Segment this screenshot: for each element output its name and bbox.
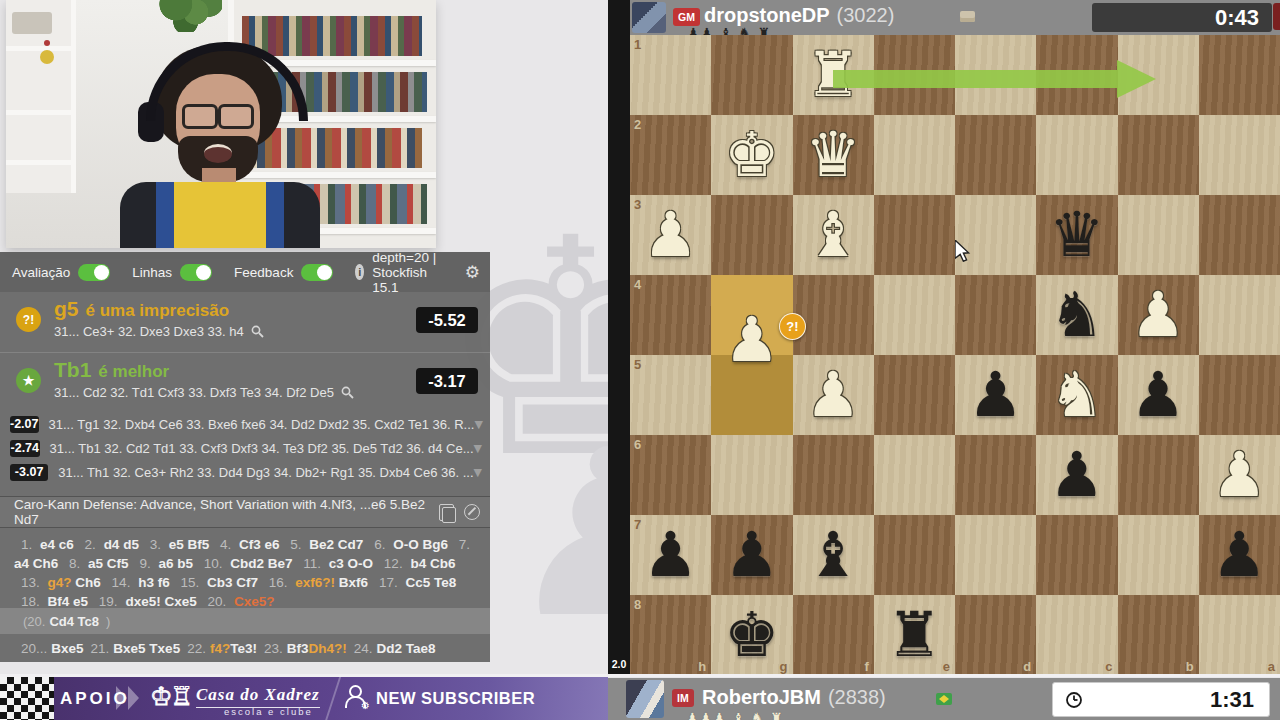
club-name: Casa do Xadrez	[196, 685, 320, 708]
move-number: 11.	[303, 556, 321, 571]
square-f1[interactable]: ♜	[793, 35, 874, 115]
move-number: 18.	[21, 594, 40, 609]
square-d1[interactable]	[955, 35, 1036, 115]
square-a7[interactable]: ♟	[1199, 515, 1280, 595]
file-label-a: a	[1268, 659, 1275, 674]
square-b4[interactable]: ♟	[1118, 275, 1199, 355]
title-badge-im: IM	[672, 689, 694, 707]
player-bar-top: GM dropstoneDP(3022) ♟♟ ♝ ♞ ♜ 0:43	[630, 0, 1280, 35]
square-f6[interactable]	[793, 435, 874, 515]
square-c7[interactable]	[1036, 515, 1117, 595]
rank-label-2: 2	[634, 117, 641, 132]
square-f2[interactable]: ♛	[793, 115, 874, 195]
square-c8[interactable]: c	[1036, 595, 1117, 675]
square-c5[interactable]: ♞	[1036, 355, 1117, 435]
square-d2[interactable]	[955, 115, 1036, 195]
move[interactable]: Ch6	[75, 575, 101, 590]
club-logo-icon: ♔♖	[150, 682, 191, 711]
rank-label-3: 3	[634, 197, 641, 212]
played-move[interactable]: g5	[54, 297, 79, 320]
rank-label-6: 6	[634, 437, 641, 452]
square-g2[interactable]: ♚	[711, 115, 792, 195]
square-h8[interactable]: 8h	[630, 595, 711, 675]
square-d7[interactable]	[955, 515, 1036, 595]
move-number: 8.	[69, 556, 80, 571]
move[interactable]: Dd2 Tae8	[377, 641, 436, 656]
move[interactable]: Cxe5?	[234, 594, 275, 609]
pv-moves[interactable]: 31... Th1 32. Ce3+ Rh2 33. Dd4 Dg3 34. D…	[58, 465, 473, 480]
square-d5[interactable]: ♟	[955, 355, 1036, 435]
move-number: 13.	[21, 575, 40, 590]
move[interactable]: Cxe5	[164, 594, 196, 609]
info-icon[interactable]: i	[355, 264, 364, 280]
move[interactable]: Cbd2 Be7	[230, 556, 292, 571]
black-pawn-g7: ♟	[711, 515, 792, 595]
square-e8[interactable]: e♜	[874, 595, 955, 675]
white-pawn-a6: ♟	[1199, 435, 1280, 515]
move-number: 9.	[139, 556, 150, 571]
square-e2[interactable]	[874, 115, 955, 195]
move[interactable]: Bxe5 Txe5	[113, 641, 180, 656]
streamer	[102, 40, 342, 248]
move[interactable]: exf6?!	[295, 575, 335, 590]
toggle-avaliação[interactable]: Avaliação	[12, 264, 110, 281]
square-f7[interactable]: ♝	[793, 515, 874, 595]
move[interactable]: Cf3 e6	[239, 537, 280, 552]
move-number: 14.	[112, 575, 131, 590]
gear-icon[interactable]: ⚙	[465, 262, 480, 282]
rank-label-5: 5	[634, 357, 641, 372]
opening-row: Caro-Kann Defense: Advance, Short Variat…	[0, 496, 490, 528]
captured-pieces-top: ♟♟ ♝ ♞ ♜	[687, 25, 771, 35]
toggle-feedback[interactable]: Feedback	[234, 264, 333, 281]
divider	[324, 677, 343, 720]
square-a8[interactable]: a	[1199, 595, 1280, 675]
white-pawn-h3: ♟	[630, 195, 711, 275]
move-list: 1. e4 c6 2. d4 d5 3. e5 Bf5 4. Cf3 e6 5.…	[0, 528, 490, 608]
square-h3[interactable]: 3♟	[630, 195, 711, 275]
move-number: 21.	[91, 641, 110, 656]
square-g4[interactable]	[711, 275, 792, 355]
verdict-text: é uma imprecisão	[86, 301, 230, 320]
avatar[interactable]	[632, 2, 666, 33]
move[interactable]: O-O Bg6	[393, 537, 448, 552]
move-number: 15.	[180, 575, 199, 590]
square-a6[interactable]: ♟	[1199, 435, 1280, 515]
square-h6[interactable]: 6	[630, 435, 711, 515]
club-subtitle: escola e clube	[224, 706, 313, 717]
player-rating-top: (3022)	[837, 4, 895, 26]
square-e5[interactable]	[874, 355, 955, 435]
player-name-bottom[interactable]: RobertoJBM	[702, 686, 821, 708]
pv-moves[interactable]: 31... Tb1 32. Cd2 Td1 33. Cxf3 Dxf3 34. …	[50, 441, 474, 456]
square-g1[interactable]	[711, 35, 792, 115]
toggle-switch[interactable]	[301, 264, 333, 281]
double-chevron-icon	[116, 686, 146, 710]
player-name-top[interactable]: dropstoneDP	[704, 4, 830, 26]
white-pawn-f5: ♟	[793, 355, 874, 435]
inaccuracy-badge-icon: ?!	[16, 307, 41, 332]
eval-bar-value: 2.0	[608, 658, 630, 670]
move[interactable]: Bxe5	[51, 641, 83, 656]
square-c2[interactable]	[1036, 115, 1117, 195]
square-h4[interactable]: 4	[630, 275, 711, 355]
feedback-inaccuracy: ?! g5é uma imprecisão 31... Ce3+ 32. Dxe…	[0, 292, 490, 350]
square-g5[interactable]: ♟	[711, 355, 792, 435]
square-g7[interactable]: ♟	[711, 515, 792, 595]
square-a3[interactable]	[1199, 195, 1280, 275]
eval-bar: 2.0	[608, 0, 630, 676]
move[interactable]: dxe5!	[125, 594, 160, 609]
medal	[40, 50, 54, 64]
square-b3[interactable]	[1118, 195, 1199, 275]
white-bishop-f3: ♝	[793, 195, 874, 275]
square-b5[interactable]: ♟	[1118, 355, 1199, 435]
square-h1[interactable]: 1	[630, 35, 711, 115]
move[interactable]: Bf3	[287, 641, 309, 656]
square-b7[interactable]	[1118, 515, 1199, 595]
white-pawn-b4: ♟	[1118, 275, 1199, 355]
title-badge-gm: GM	[673, 8, 700, 26]
toggle-switch[interactable]	[78, 264, 110, 281]
no-book-icon[interactable]	[464, 504, 480, 520]
white-king-g2: ♚	[711, 115, 792, 195]
black-knight-c4: ♞	[1036, 275, 1117, 355]
square-e1[interactable]	[874, 35, 955, 115]
move-number: 20.	[207, 594, 226, 609]
move[interactable]: f4?	[210, 641, 230, 656]
rank-label-8: 8	[634, 597, 641, 612]
square-c1[interactable]	[1036, 35, 1117, 115]
clock-bottom: 1:31	[1052, 682, 1270, 717]
file-label-b: b	[1186, 659, 1194, 674]
shirt	[120, 182, 320, 248]
checkerboard-decoration	[0, 677, 54, 720]
move[interactable]: Cc5 Te8	[405, 575, 456, 590]
analysis-panel: AvaliaçãoLinhasFeedback i depth=20 | Sto…	[0, 252, 490, 662]
engine-line-3[interactable]: -3.0731... Th1 32. Ce3+ Rh2 33. Dd4 Dg3 …	[0, 460, 490, 484]
move-number: )	[106, 614, 110, 629]
move[interactable]: Cb3 Cf7	[207, 575, 258, 590]
best-move[interactable]: Tb1	[54, 358, 91, 381]
toggles-row: AvaliaçãoLinhasFeedback i depth=20 | Sto…	[0, 252, 490, 292]
move-number: 22.	[187, 641, 206, 656]
white-rook-f1: ♜	[793, 35, 874, 115]
move-number: 5.	[290, 537, 301, 552]
rank-label-7: 7	[634, 517, 641, 532]
pv-moves[interactable]: 31... Tg1 32. Dxb4 Ce6 33. Bxe6 fxe6 34.…	[49, 417, 475, 432]
black-pawn-h7: ♟	[630, 515, 711, 595]
plant	[156, 0, 222, 32]
brazil-flag-icon	[936, 693, 952, 705]
square-b6[interactable]	[1118, 435, 1199, 515]
move[interactable]: Be2 Cd7	[309, 537, 363, 552]
move-number: 19.	[99, 594, 118, 609]
move[interactable]: d4 d5	[104, 537, 139, 552]
square-b2[interactable]	[1118, 115, 1199, 195]
square-e3[interactable]	[874, 195, 955, 275]
square-a4[interactable]	[1199, 275, 1280, 355]
toggle-switch[interactable]	[180, 264, 212, 281]
black-pawn-a7: ♟	[1199, 515, 1280, 595]
square-f3[interactable]: ♝	[793, 195, 874, 275]
move-number: 24.	[354, 641, 373, 656]
chevron-down-icon[interactable]: ▼	[474, 466, 482, 479]
white-queen-f2: ♛	[793, 115, 874, 195]
move[interactable]: Te3!	[230, 641, 257, 656]
avatar[interactable]	[626, 680, 664, 718]
square-g8[interactable]: g♚	[711, 595, 792, 675]
file-label-d: d	[1023, 659, 1031, 674]
square-a5[interactable]	[1199, 355, 1280, 435]
feedback-best-move: ★ Tb1é melhor 31... Cd2 32. Td1 Cxf3 33.…	[0, 352, 490, 411]
square-d6[interactable]	[955, 435, 1036, 515]
square-a2[interactable]	[1199, 115, 1280, 195]
move[interactable]: Bf4 e5	[48, 594, 89, 609]
black-pawn-b5: ♟	[1118, 355, 1199, 435]
chevron-down-icon[interactable]: ▼	[474, 442, 482, 455]
square-f8[interactable]: f	[793, 595, 874, 675]
stream-screen: ♚ ♟ AvaliaçãoLinhasFeed	[0, 0, 1280, 720]
best-line[interactable]: 31... Cd2 32. Td1 Cxf3 33. Dxf3 Te3 34. …	[54, 385, 334, 400]
move-number: 6.	[374, 537, 385, 552]
clock-top: 0:43	[1092, 3, 1272, 32]
sponsor-bar: APOIO ♔♖ Casa do Xadrez escola e clube ⚙…	[0, 677, 608, 720]
move-number: (20.	[23, 614, 45, 629]
move-number: 17.	[379, 575, 398, 590]
toggle-linhas[interactable]: Linhas	[132, 264, 212, 281]
square-f5[interactable]: ♟	[793, 355, 874, 435]
move[interactable]: h3 f6	[138, 575, 170, 590]
rank-label-1: 1	[634, 37, 641, 52]
square-d4[interactable]	[955, 275, 1036, 355]
move-number: 10.	[204, 556, 223, 571]
chess-board[interactable]: 1♜2♚♛3♟♝♛4♞♟5♟♟♟♞♟6♟♟7♟♟♝♟8hg♚fe♜dcba	[630, 35, 1280, 675]
move[interactable]: a4 Ch6	[14, 556, 58, 571]
eval-badge: -5.52	[416, 307, 478, 333]
square-d3[interactable]	[955, 195, 1036, 275]
eval-chip: -3.07	[10, 464, 48, 481]
move[interactable]: b4 Cb6	[410, 556, 455, 571]
variation-row: (20. Cd4 Tc8 )	[0, 608, 490, 634]
chevron-down-icon[interactable]: ▼	[474, 418, 482, 431]
move-list-tail: 20... Bxe5 21. Bxe5 Txe5 22. f4? Te3! 23…	[0, 634, 490, 662]
eval-chip: -2.74	[10, 440, 40, 457]
webcam-video	[6, 0, 436, 248]
engine-line-2[interactable]: -2.7431... Tb1 32. Cd2 Td1 33. Cxf3 Dxf3…	[0, 436, 490, 460]
square-e7[interactable]	[874, 515, 955, 595]
move-number: 7.	[459, 537, 470, 552]
black-pawn-d5: ♟	[955, 355, 1036, 435]
move-number: 12.	[384, 556, 403, 571]
move-number: 23.	[264, 641, 283, 656]
side-shelf	[6, 0, 76, 193]
square-h2[interactable]: 2	[630, 115, 711, 195]
clock-icon	[1065, 691, 1083, 709]
move-number: 20...	[21, 641, 47, 656]
file-label-h: h	[698, 659, 706, 674]
black-queen-c3: ♛	[1036, 195, 1117, 275]
verdict-text: é melhor	[98, 362, 169, 381]
square-g6[interactable]	[711, 435, 792, 515]
black-pawn-c6: ♟	[1036, 435, 1117, 515]
move-number: 4.	[220, 537, 231, 552]
white-knight-c5: ♞	[1036, 355, 1117, 435]
move-number: 3.	[150, 537, 161, 552]
player-bar-bottom: IM RobertoJBM(2838) ♟♟♟ ♝ ♞ ♜ 1:31	[608, 678, 1280, 720]
move[interactable]: Cd4 Tc8	[49, 614, 99, 629]
rank-label-4: 4	[634, 277, 641, 292]
engine-info: depth=20 | Stockfish 15.1	[372, 250, 457, 295]
eval-badge: -3.17	[416, 368, 478, 394]
opening-name: Caro-Kann Defense: Advance, Short Variat…	[14, 497, 439, 527]
scroll-nub	[1273, 3, 1280, 30]
square-b1[interactable]	[1118, 35, 1199, 115]
captured-pieces-bottom: ♟♟♟ ♝ ♞ ♜	[686, 710, 784, 720]
player-rating-bottom: (2838)	[828, 686, 886, 708]
move[interactable]: a6 b5	[158, 556, 193, 571]
magnifier-icon[interactable]	[251, 325, 264, 338]
file-label-c: c	[1105, 659, 1112, 674]
book-icon[interactable]	[439, 504, 454, 521]
move[interactable]: e5 Bf5	[169, 537, 210, 552]
square-a1[interactable]	[1199, 35, 1280, 115]
file-label-e: e	[943, 659, 950, 674]
move[interactable]: c3 O-O	[329, 556, 373, 571]
square-h5[interactable]: 5	[630, 355, 711, 435]
move[interactable]: Dh4?!	[308, 641, 346, 656]
move[interactable]: a5 Cf5	[88, 556, 129, 571]
move[interactable]: g4?	[48, 575, 72, 590]
square-d8[interactable]: d	[955, 595, 1036, 675]
magnifier-icon[interactable]	[341, 386, 354, 399]
move[interactable]: e4 c6	[40, 537, 74, 552]
square-c6[interactable]: ♟	[1036, 435, 1117, 515]
square-e4[interactable]	[874, 275, 955, 355]
black-bishop-f7: ♝	[793, 515, 874, 595]
square-h7[interactable]: 7♟	[630, 515, 711, 595]
move[interactable]: Bxf6	[339, 575, 368, 590]
square-g3[interactable]	[711, 195, 792, 275]
move-number: 1.	[21, 537, 32, 552]
square-b8[interactable]: b	[1118, 595, 1199, 675]
engine-line-1[interactable]: -2.0731... Tg1 32. Dxb4 Ce6 33. Bxe6 fxe…	[0, 412, 490, 436]
glasses	[180, 104, 256, 124]
refutation-line[interactable]: 31... Ce3+ 32. Dxe3 Dxe3 33. h4	[54, 324, 244, 339]
best-move-star-icon: ★	[16, 368, 41, 393]
square-c3[interactable]: ♛	[1036, 195, 1117, 275]
flag-icon	[960, 11, 975, 22]
move-number: 16.	[269, 575, 288, 590]
eval-chip: -2.07	[10, 416, 39, 433]
square-c4[interactable]: ♞	[1036, 275, 1117, 355]
new-subscriber-label: NEW SUBSCRIBER	[376, 689, 535, 708]
square-f4[interactable]	[793, 275, 874, 355]
square-e6[interactable]	[874, 435, 955, 515]
file-label-f: f	[864, 659, 868, 674]
subscriber-icon: ⚙	[344, 685, 368, 711]
file-label-g: g	[780, 659, 788, 674]
move-number: 2.	[85, 537, 96, 552]
